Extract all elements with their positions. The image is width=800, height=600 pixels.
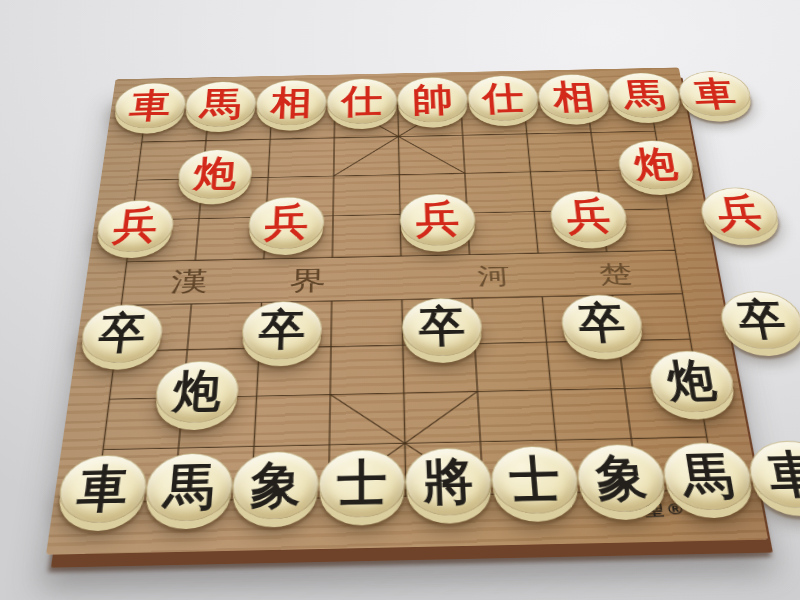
piece-black-cannon[interactable]: 炮 — [646, 350, 739, 413]
piece-character: 兵 — [415, 200, 460, 239]
piece-black-advisor[interactable]: 士 — [318, 449, 406, 518]
piece-red-advisor[interactable]: 仕 — [466, 75, 540, 122]
piece-black-elephant[interactable]: 象 — [574, 443, 669, 512]
piece-character: 士 — [337, 458, 387, 509]
piece-character: 車 — [128, 88, 173, 122]
piece-character: 馬 — [678, 451, 736, 502]
piece-black-cannon[interactable]: 炮 — [153, 360, 240, 423]
piece-character: 炮 — [171, 368, 222, 415]
piece-character: 兵 — [564, 197, 612, 236]
piece-black-chariot[interactable]: 車 — [55, 454, 150, 524]
piece-red-horse[interactable]: 馬 — [183, 81, 257, 128]
piece-character: 卒 — [734, 298, 789, 342]
piece-red-soldier[interactable]: 兵 — [94, 199, 176, 252]
xiangqi-board: 漢 界 河 楚 御聖® 車馬相仕帥仕相馬車炮炮兵兵兵兵兵卒卒卒卒卒炮炮車馬象士將… — [78, 0, 725, 600]
piece-red-cannon[interactable]: 炮 — [615, 139, 696, 189]
piece-character: 兵 — [111, 206, 159, 245]
piece-red-soldier[interactable]: 兵 — [548, 190, 630, 243]
piece-character: 車 — [75, 463, 131, 514]
piece-black-soldier[interactable]: 卒 — [559, 294, 646, 353]
piece-red-chariot[interactable]: 車 — [112, 82, 188, 129]
piece-character: 士 — [508, 454, 562, 505]
intersection-grid[interactable]: 車馬相仕帥仕相馬車炮炮兵兵兵兵兵卒卒卒卒卒炮炮車馬象士將士象馬車 — [54, 77, 760, 531]
piece-character: 相 — [551, 80, 596, 114]
piece-black-soldier[interactable]: 卒 — [401, 297, 483, 357]
piece-character: 卒 — [576, 301, 627, 345]
piece-character: 仕 — [341, 84, 382, 118]
piece-red-elephant[interactable]: 相 — [536, 73, 612, 119]
piece-red-general[interactable]: 帥 — [397, 76, 469, 123]
piece-black-elephant[interactable]: 象 — [230, 451, 319, 520]
board-surface[interactable]: 漢 界 河 楚 御聖® 車馬相仕帥仕相馬車炮炮兵兵兵兵兵卒卒卒卒卒炮炮車馬象士將… — [46, 67, 768, 554]
piece-black-horse[interactable]: 馬 — [143, 452, 235, 521]
piece-red-soldier[interactable]: 兵 — [247, 196, 325, 249]
piece-character: 將 — [423, 456, 475, 507]
piece-black-advisor[interactable]: 士 — [489, 445, 581, 514]
piece-character: 炮 — [192, 155, 237, 192]
piece-character: 帥 — [412, 82, 454, 116]
piece-character: 馬 — [621, 78, 667, 112]
piece-character: 車 — [764, 449, 800, 500]
piece-black-general[interactable]: 將 — [404, 447, 493, 516]
piece-character: 車 — [691, 77, 739, 111]
piece-character: 卒 — [418, 305, 466, 349]
piece-character: 象 — [249, 460, 301, 511]
piece-black-soldier[interactable]: 卒 — [240, 300, 322, 360]
photo-background: 漢 界 河 楚 御聖® 車馬相仕帥仕相馬車炮炮兵兵兵兵兵卒卒卒卒卒炮炮車馬象士將… — [0, 0, 800, 600]
piece-red-advisor[interactable]: 仕 — [326, 78, 397, 125]
piece-character: 仕 — [482, 81, 525, 115]
piece-red-soldier[interactable]: 兵 — [399, 193, 477, 246]
piece-black-soldier[interactable]: 卒 — [78, 303, 165, 363]
piece-character: 兵 — [264, 203, 309, 242]
piece-character: 炮 — [664, 358, 719, 404]
piece-red-chariot[interactable]: 車 — [675, 71, 755, 117]
piece-character: 相 — [270, 85, 312, 119]
piece-character: 馬 — [199, 87, 242, 121]
piece-red-cannon[interactable]: 炮 — [176, 149, 253, 199]
piece-character: 卒 — [96, 311, 147, 355]
piece-black-horse[interactable]: 馬 — [659, 442, 756, 511]
piece-character: 象 — [593, 452, 649, 503]
piece-black-chariot[interactable]: 車 — [744, 440, 800, 509]
piece-red-elephant[interactable]: 相 — [255, 79, 327, 126]
piece-character: 炮 — [632, 146, 680, 183]
piece-character: 馬 — [162, 461, 216, 512]
piece-character: 兵 — [714, 193, 765, 232]
piece-character: 卒 — [258, 308, 306, 352]
piece-red-horse[interactable]: 馬 — [606, 72, 684, 118]
